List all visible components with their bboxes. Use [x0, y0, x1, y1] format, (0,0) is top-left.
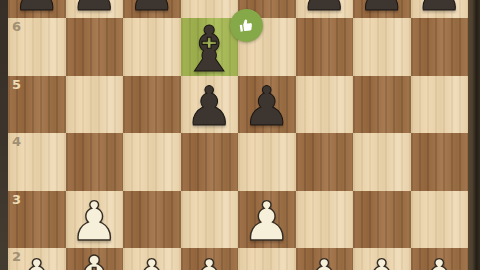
square-e3[interactable]: ♟	[238, 191, 296, 249]
square-a4[interactable]: 4	[8, 133, 66, 191]
square-b6[interactable]	[66, 18, 124, 76]
square-h5[interactable]	[411, 76, 469, 134]
square-f6[interactable]	[296, 18, 354, 76]
thumbs-up-icon	[236, 15, 257, 36]
square-b7[interactable]: ♟	[66, 0, 124, 18]
move-classification-badge	[230, 9, 263, 42]
square-d4[interactable]	[181, 133, 239, 191]
square-c4[interactable]	[123, 133, 181, 191]
white-pawn[interactable]: ♟	[185, 253, 233, 270]
rank-label-6: 6	[12, 20, 21, 33]
square-h2[interactable]: ♟	[411, 248, 469, 270]
square-b2[interactable]: ♝	[66, 248, 124, 270]
black-bishop[interactable]: ♝	[181, 18, 237, 81]
square-h7[interactable]: ♟	[411, 0, 469, 18]
square-a7[interactable]: ♟	[8, 0, 66, 18]
square-h3[interactable]	[411, 191, 469, 249]
square-e5[interactable]: ♟	[238, 76, 296, 134]
square-f7[interactable]: ♟	[296, 0, 354, 18]
square-g2[interactable]: ♟	[353, 248, 411, 270]
black-pawn[interactable]: ♟	[415, 0, 463, 19]
white-pawn[interactable]: ♟	[243, 195, 291, 249]
black-pawn[interactable]: ♟	[13, 0, 61, 19]
black-pawn[interactable]: ♟	[300, 0, 348, 19]
square-b4[interactable]	[66, 133, 124, 191]
rank-label-3: 3	[12, 193, 21, 206]
black-pawn[interactable]: ♟	[243, 80, 291, 134]
square-d2[interactable]: ♟	[181, 248, 239, 270]
square-f4[interactable]	[296, 133, 354, 191]
white-pawn[interactable]: ♟	[70, 195, 118, 249]
square-f5[interactable]	[296, 76, 354, 134]
square-d3[interactable]	[181, 191, 239, 249]
black-pawn[interactable]: ♟	[185, 80, 233, 134]
square-c6[interactable]	[123, 18, 181, 76]
white-pawn[interactable]: ♟	[300, 253, 348, 270]
square-a5[interactable]: 5	[8, 76, 66, 134]
square-g7[interactable]: ♟	[353, 0, 411, 18]
square-a3[interactable]: 3	[8, 191, 66, 249]
square-d5[interactable]: ♟	[181, 76, 239, 134]
white-bishop[interactable]: ♝	[66, 248, 122, 270]
white-pawn[interactable]: ♟	[128, 253, 176, 270]
black-pawn[interactable]: ♟	[70, 0, 118, 19]
board-frame-left	[0, 0, 8, 270]
white-pawn[interactable]: ♟	[13, 253, 61, 270]
square-h4[interactable]	[411, 133, 469, 191]
square-e4[interactable]	[238, 133, 296, 191]
square-b3[interactable]: ♟	[66, 191, 124, 249]
square-h6[interactable]	[411, 18, 469, 76]
square-a6[interactable]: 6	[8, 18, 66, 76]
rank-label-4: 4	[12, 135, 21, 148]
board-frame-right	[468, 0, 480, 270]
black-pawn[interactable]: ♟	[128, 0, 176, 19]
white-pawn[interactable]: ♟	[415, 253, 463, 270]
square-a2[interactable]: 2♟	[8, 248, 66, 270]
chess-board: ♜♞♝♛♚♞♜♟♟♟♟♟♟6♝5♟♟43♟♟2♟♝♟♟♟♟♟♜♞♛♚♝♞♜	[8, 0, 468, 270]
square-e2[interactable]	[238, 248, 296, 270]
rank-label-5: 5	[12, 78, 21, 91]
black-pawn[interactable]: ♟	[358, 0, 406, 19]
chess-app-viewport: ♜♞♝♛♚♞♜♟♟♟♟♟♟6♝5♟♟43♟♟2♟♝♟♟♟♟♟♜♞♛♚♝♞♜	[0, 0, 480, 270]
square-g4[interactable]	[353, 133, 411, 191]
square-f3[interactable]	[296, 191, 354, 249]
square-c7[interactable]: ♟	[123, 0, 181, 18]
white-pawn[interactable]: ♟	[358, 253, 406, 270]
square-b5[interactable]	[66, 76, 124, 134]
square-g6[interactable]	[353, 18, 411, 76]
square-c5[interactable]	[123, 76, 181, 134]
square-f2[interactable]: ♟	[296, 248, 354, 270]
square-c3[interactable]	[123, 191, 181, 249]
square-g3[interactable]	[353, 191, 411, 249]
square-c2[interactable]: ♟	[123, 248, 181, 270]
square-g5[interactable]	[353, 76, 411, 134]
